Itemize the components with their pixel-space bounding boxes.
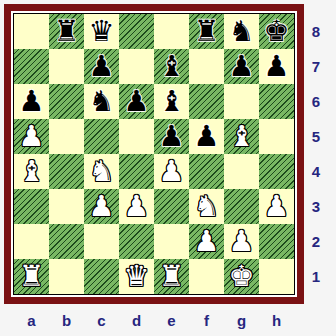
square-b4[interactable] <box>49 154 84 189</box>
piece-white-pawn-a5: ♟ <box>19 122 45 151</box>
file-labels: abcdefgh <box>14 308 294 332</box>
square-f2[interactable]: ♟ <box>189 224 224 259</box>
rank-label-5: 5 <box>302 119 330 154</box>
file-label-a: a <box>14 308 49 332</box>
square-h2[interactable] <box>259 224 294 259</box>
file-label-d: d <box>119 308 154 332</box>
square-h1[interactable] <box>259 259 294 294</box>
square-c6[interactable]: ♞ <box>84 84 119 119</box>
rank-label-1: 1 <box>302 259 330 294</box>
square-d6[interactable]: ♟ <box>119 84 154 119</box>
square-e6[interactable]: ♝ <box>154 84 189 119</box>
rank-label-3: 3 <box>302 189 330 224</box>
square-g2[interactable]: ♟ <box>224 224 259 259</box>
square-e1[interactable]: ♜ <box>154 259 189 294</box>
piece-black-bishop-e7: ♝ <box>159 52 185 81</box>
square-c5[interactable] <box>84 119 119 154</box>
square-f3[interactable]: ♞ <box>189 189 224 224</box>
file-label-f: f <box>189 308 224 332</box>
square-c2[interactable] <box>84 224 119 259</box>
square-e2[interactable] <box>154 224 189 259</box>
rank-label-4: 4 <box>302 154 330 189</box>
square-d7[interactable] <box>119 49 154 84</box>
square-d5[interactable] <box>119 119 154 154</box>
square-h3[interactable]: ♟ <box>259 189 294 224</box>
piece-white-pawn-d3: ♟ <box>124 192 150 221</box>
square-a5[interactable]: ♟ <box>14 119 49 154</box>
piece-black-king-h8: ♚ <box>264 17 290 46</box>
square-h6[interactable] <box>259 84 294 119</box>
file-label-c: c <box>84 308 119 332</box>
square-d4[interactable] <box>119 154 154 189</box>
square-h7[interactable]: ♟ <box>259 49 294 84</box>
square-g8[interactable]: ♞ <box>224 14 259 49</box>
square-e7[interactable]: ♝ <box>154 49 189 84</box>
file-label-h: h <box>259 308 294 332</box>
piece-white-pawn-g2: ♟ <box>229 227 255 256</box>
square-c3[interactable]: ♟ <box>84 189 119 224</box>
square-b1[interactable] <box>49 259 84 294</box>
square-b7[interactable] <box>49 49 84 84</box>
piece-black-pawn-a6: ♟ <box>19 87 45 116</box>
square-g3[interactable] <box>224 189 259 224</box>
square-c1[interactable] <box>84 259 119 294</box>
piece-black-queen-c8: ♛ <box>89 17 115 46</box>
piece-white-bishop-g5: ♝ <box>229 122 255 151</box>
piece-black-rook-f8: ♜ <box>194 17 220 46</box>
square-g1[interactable]: ♚ <box>224 259 259 294</box>
square-h5[interactable] <box>259 119 294 154</box>
rank-label-6: 6 <box>302 84 330 119</box>
rank-labels: 87654321 <box>302 14 330 294</box>
piece-black-pawn-e5: ♟ <box>159 122 185 151</box>
square-f6[interactable] <box>189 84 224 119</box>
square-e3[interactable] <box>154 189 189 224</box>
chess-app-window: ♜♛♜♞♚♟♝♟♟♟♞♟♝♟♟♟♝♝♞♟♟♟♞♟♟♟♜♛♜♚ 87654321 … <box>0 0 336 336</box>
file-label-b: b <box>49 308 84 332</box>
square-b8[interactable]: ♜ <box>49 14 84 49</box>
piece-white-pawn-h3: ♟ <box>264 192 290 221</box>
piece-black-pawn-g7: ♟ <box>229 52 255 81</box>
piece-black-pawn-c7: ♟ <box>89 52 115 81</box>
piece-white-pawn-c3: ♟ <box>89 192 115 221</box>
square-e5[interactable]: ♟ <box>154 119 189 154</box>
square-c4[interactable]: ♞ <box>84 154 119 189</box>
square-g4[interactable] <box>224 154 259 189</box>
square-a2[interactable] <box>14 224 49 259</box>
piece-black-pawn-h7: ♟ <box>264 52 290 81</box>
piece-white-king-g1: ♚ <box>229 262 255 291</box>
square-a8[interactable] <box>14 14 49 49</box>
square-g5[interactable]: ♝ <box>224 119 259 154</box>
rank-label-2: 2 <box>302 224 330 259</box>
square-d2[interactable] <box>119 224 154 259</box>
square-d3[interactable]: ♟ <box>119 189 154 224</box>
square-c7[interactable]: ♟ <box>84 49 119 84</box>
piece-white-pawn-e4: ♟ <box>159 157 185 186</box>
piece-white-knight-f3: ♞ <box>194 192 220 221</box>
chess-board-frame: ♜♛♜♞♚♟♝♟♟♟♞♟♝♟♟♟♝♝♞♟♟♟♞♟♟♟♜♛♜♚ <box>4 4 304 304</box>
square-a1[interactable]: ♜ <box>14 259 49 294</box>
square-f7[interactable] <box>189 49 224 84</box>
square-d8[interactable] <box>119 14 154 49</box>
square-b5[interactable] <box>49 119 84 154</box>
square-e8[interactable] <box>154 14 189 49</box>
square-e4[interactable]: ♟ <box>154 154 189 189</box>
square-d1[interactable]: ♛ <box>119 259 154 294</box>
piece-white-bishop-a4: ♝ <box>19 157 45 186</box>
chess-board: ♜♛♜♞♚♟♝♟♟♟♞♟♝♟♟♟♝♝♞♟♟♟♞♟♟♟♜♛♜♚ <box>13 13 295 295</box>
square-a4[interactable]: ♝ <box>14 154 49 189</box>
square-f4[interactable] <box>189 154 224 189</box>
file-label-g: g <box>224 308 259 332</box>
square-h4[interactable] <box>259 154 294 189</box>
square-f8[interactable]: ♜ <box>189 14 224 49</box>
square-f5[interactable]: ♟ <box>189 119 224 154</box>
piece-black-bishop-e6: ♝ <box>159 87 185 116</box>
piece-black-pawn-d6: ♟ <box>124 87 150 116</box>
piece-white-rook-e1: ♜ <box>159 262 185 291</box>
piece-black-knight-c6: ♞ <box>89 87 115 116</box>
piece-white-knight-c4: ♞ <box>89 157 115 186</box>
square-a3[interactable] <box>14 189 49 224</box>
piece-white-queen-d1: ♛ <box>124 262 150 291</box>
square-b6[interactable] <box>49 84 84 119</box>
piece-black-pawn-f5: ♟ <box>194 122 220 151</box>
piece-black-knight-g8: ♞ <box>229 17 255 46</box>
piece-black-rook-b8: ♜ <box>54 17 80 46</box>
square-a6[interactable]: ♟ <box>14 84 49 119</box>
square-g7[interactable]: ♟ <box>224 49 259 84</box>
piece-white-pawn-f2: ♟ <box>194 227 220 256</box>
file-label-e: e <box>154 308 189 332</box>
rank-label-8: 8 <box>302 14 330 49</box>
square-h8[interactable]: ♚ <box>259 14 294 49</box>
square-c8[interactable]: ♛ <box>84 14 119 49</box>
square-a7[interactable] <box>14 49 49 84</box>
piece-white-rook-a1: ♜ <box>19 262 45 291</box>
square-b2[interactable] <box>49 224 84 259</box>
rank-label-7: 7 <box>302 49 330 84</box>
square-b3[interactable] <box>49 189 84 224</box>
square-g6[interactable] <box>224 84 259 119</box>
square-f1[interactable] <box>189 259 224 294</box>
